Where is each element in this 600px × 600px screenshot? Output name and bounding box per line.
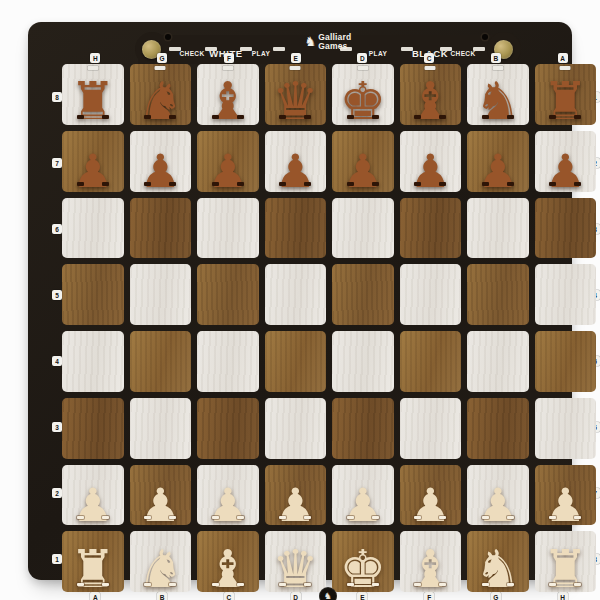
rook-glyph: ♜ <box>542 77 589 126</box>
piece-base-slots <box>549 115 556 119</box>
chess-wall-board: CHECK WHITE PLAY PLAY BLACK CHECK ♞ Gall… <box>0 0 600 600</box>
piece-black-bishop-c8[interactable]: ♝ <box>197 64 259 125</box>
piece-base-slots <box>144 115 151 119</box>
square-c3[interactable] <box>197 398 259 459</box>
piece-base-slots <box>347 583 354 587</box>
rank-label-left-3: 3 <box>52 422 62 432</box>
square-b2[interactable]: ♟ <box>130 465 192 526</box>
pawn-glyph: ♟ <box>477 484 518 528</box>
rank-label-left-8: 8 <box>52 92 62 102</box>
piece-black-knight-g8[interactable]: ♞ <box>467 64 529 125</box>
square-c8[interactable]: ♝ <box>197 64 259 125</box>
piece-white-pawn-g2[interactable]: ♟ <box>467 465 529 526</box>
pawn-glyph: ♟ <box>275 484 316 528</box>
piece-white-pawn-c2[interactable]: ♟ <box>197 465 259 526</box>
piece-white-pawn-f2[interactable]: ♟ <box>400 465 462 526</box>
square-g4[interactable] <box>467 331 529 392</box>
piece-base-slots <box>549 182 556 186</box>
rank-label-left-6: 6 <box>52 224 62 234</box>
queen-glyph: ♛ <box>272 77 319 126</box>
square-b6[interactable] <box>130 198 192 259</box>
piece-base-slots <box>482 115 489 119</box>
pawn-glyph: ♟ <box>342 484 383 528</box>
piece-base-slots <box>144 583 151 587</box>
piece-base-slots <box>414 182 421 186</box>
square-b4[interactable] <box>130 331 192 392</box>
square-h5[interactable] <box>535 264 597 325</box>
square-g3[interactable] <box>467 398 529 459</box>
file-labels-top: HGFEDCBA <box>62 53 596 63</box>
square-c4[interactable] <box>197 331 259 392</box>
rook-glyph: ♜ <box>542 545 589 594</box>
rank-label-left-5: 5 <box>52 290 62 300</box>
piece-black-bishop-f8[interactable]: ♝ <box>400 64 462 125</box>
square-b7[interactable]: ♟ <box>130 131 192 192</box>
square-b3[interactable] <box>130 398 192 459</box>
rook-glyph: ♜ <box>69 77 116 126</box>
file-label-top-c: C <box>424 53 434 63</box>
square-e3[interactable] <box>332 398 394 459</box>
piece-base-slots <box>279 516 286 520</box>
piece-white-pawn-a2[interactable]: ♟ <box>62 465 124 526</box>
rank-label-left-4: 4 <box>52 356 62 366</box>
brand-medallion: ♞ <box>319 587 337 600</box>
square-h4[interactable] <box>535 331 597 392</box>
piece-black-pawn-g7[interactable]: ♟ <box>467 131 529 192</box>
square-d6[interactable] <box>265 198 327 259</box>
piece-base-slots <box>482 583 489 587</box>
piece-white-pawn-h2[interactable]: ♟ <box>535 465 597 526</box>
piece-white-rook-a1[interactable]: ♜ <box>62 531 124 592</box>
rook-glyph: ♜ <box>69 545 116 594</box>
square-f7[interactable]: ♟ <box>400 131 462 192</box>
square-a6[interactable] <box>62 198 124 259</box>
square-c7[interactable]: ♟ <box>197 131 259 192</box>
square-g8[interactable]: ♞ <box>467 64 529 125</box>
pawn-glyph: ♟ <box>207 150 248 194</box>
square-h7[interactable]: ♟ <box>535 131 597 192</box>
board-frame: CHECK WHITE PLAY PLAY BLACK CHECK ♞ Gall… <box>28 22 572 580</box>
piece-black-king-e8[interactable]: ♚ <box>332 64 394 125</box>
square-e2[interactable]: ♟ <box>332 465 394 526</box>
square-b1[interactable]: ♞ <box>130 531 192 592</box>
square-f6[interactable] <box>400 198 462 259</box>
piece-base-slots <box>347 182 354 186</box>
piece-base-slots <box>212 583 219 587</box>
square-d5[interactable] <box>265 264 327 325</box>
piece-base-slots <box>77 115 84 119</box>
square-f5[interactable] <box>400 264 462 325</box>
square-g2[interactable]: ♟ <box>467 465 529 526</box>
file-label-top-d: D <box>357 53 367 63</box>
piece-base-slots <box>549 516 556 520</box>
rank-label-left-7: 7 <box>52 158 62 168</box>
pawn-glyph: ♟ <box>545 150 586 194</box>
knight-glyph: ♞ <box>137 77 184 126</box>
square-d4[interactable] <box>265 331 327 392</box>
piece-black-pawn-e7[interactable]: ♟ <box>332 131 394 192</box>
piece-black-pawn-c7[interactable]: ♟ <box>197 131 259 192</box>
file-label-top-a: A <box>558 53 568 63</box>
bishop-glyph: ♝ <box>407 545 454 594</box>
piece-base-slots <box>77 516 84 520</box>
piece-base-slots <box>482 516 489 520</box>
square-e5[interactable] <box>332 264 394 325</box>
square-c2[interactable]: ♟ <box>197 465 259 526</box>
square-e7[interactable]: ♟ <box>332 131 394 192</box>
brand-logo: ♞ Galliard Games <box>305 33 352 51</box>
pawn-glyph: ♟ <box>342 150 383 194</box>
pawn-glyph: ♟ <box>140 150 181 194</box>
bishop-glyph: ♝ <box>204 77 251 126</box>
square-g6[interactable] <box>467 198 529 259</box>
square-a4[interactable] <box>62 331 124 392</box>
pawn-glyph: ♟ <box>207 484 248 528</box>
square-f8[interactable]: ♝ <box>400 64 462 125</box>
square-d2[interactable]: ♟ <box>265 465 327 526</box>
bishop-glyph: ♝ <box>407 77 454 126</box>
hanging-hole-left <box>165 34 171 40</box>
square-a3[interactable] <box>62 398 124 459</box>
knight-glyph: ♞ <box>474 545 521 594</box>
piece-base-slots <box>482 182 489 186</box>
piece-base-slots <box>347 115 354 119</box>
piece-base-slots <box>144 516 151 520</box>
piece-base-slots <box>414 115 421 119</box>
piece-base-slots <box>279 182 286 186</box>
knight-glyph: ♞ <box>474 77 521 126</box>
rank-labels-left: 87654321 <box>52 64 62 592</box>
pawn-glyph: ♟ <box>410 150 451 194</box>
knight-glyph: ♞ <box>137 545 184 594</box>
square-h6[interactable] <box>535 198 597 259</box>
square-c5[interactable] <box>197 264 259 325</box>
square-e4[interactable] <box>332 331 394 392</box>
pawn-glyph: ♟ <box>275 150 316 194</box>
pawn-glyph: ♟ <box>72 150 113 194</box>
piece-base-slots <box>414 516 421 520</box>
file-label-top-h: H <box>90 53 100 63</box>
square-g5[interactable] <box>467 264 529 325</box>
king-glyph: ♚ <box>339 77 386 126</box>
piece-black-pawn-h7[interactable]: ♟ <box>535 131 597 192</box>
square-f1[interactable]: ♝ <box>400 531 462 592</box>
piece-base-slots <box>279 115 286 119</box>
piece-base-slots <box>414 583 421 587</box>
pawn-glyph: ♟ <box>140 484 181 528</box>
square-e6[interactable] <box>332 198 394 259</box>
knight-icon: ♞ <box>305 35 317 48</box>
piece-white-knight-b1[interactable]: ♞ <box>130 531 192 592</box>
piece-white-king-e1[interactable]: ♚ <box>332 531 394 592</box>
file-label-top-f: F <box>224 53 234 63</box>
piece-white-knight-g1[interactable]: ♞ <box>467 531 529 592</box>
file-label-top-g: G <box>157 53 167 63</box>
piece-base-slots <box>279 583 286 587</box>
brand-line2: Games <box>318 42 351 51</box>
king-glyph: ♚ <box>339 545 386 594</box>
pawn-glyph: ♟ <box>477 150 518 194</box>
bishop-glyph: ♝ <box>204 545 251 594</box>
piece-white-pawn-b2[interactable]: ♟ <box>130 465 192 526</box>
square-d1[interactable]: ♛ <box>265 531 327 592</box>
piece-base-slots <box>212 182 219 186</box>
piece-base-slots <box>347 516 354 520</box>
square-d8[interactable]: ♛ <box>265 64 327 125</box>
piece-base-slots <box>212 115 219 119</box>
piece-black-rook-a8[interactable]: ♜ <box>62 64 124 125</box>
square-d3[interactable] <box>265 398 327 459</box>
piece-base-slots <box>212 516 219 520</box>
pawn-glyph: ♟ <box>545 484 586 528</box>
pawn-glyph: ♟ <box>410 484 451 528</box>
piece-black-queen-d8[interactable]: ♛ <box>265 64 327 125</box>
square-f4[interactable] <box>400 331 462 392</box>
square-h2[interactable]: ♟ <box>535 465 597 526</box>
piece-black-pawn-f7[interactable]: ♟ <box>400 131 462 192</box>
rank-label-left-2: 2 <box>52 488 62 498</box>
square-a5[interactable] <box>62 264 124 325</box>
piece-base-slots <box>77 583 84 587</box>
piece-white-bishop-c1[interactable]: ♝ <box>197 531 259 592</box>
file-label-top-b: B <box>491 53 501 63</box>
square-e8[interactable]: ♚ <box>332 64 394 125</box>
rank-label-left-1: 1 <box>52 554 62 564</box>
square-d7[interactable]: ♟ <box>265 131 327 192</box>
queen-glyph: ♛ <box>272 545 319 594</box>
board-grid: ♜♞♝♛♚♝♞♜♟♟♟♟♟♟♟♟♟♟♟♟♟♟♟♟♜♞♝♛♚♝♞♜ <box>62 64 596 592</box>
piece-white-pawn-e2[interactable]: ♟ <box>332 465 394 526</box>
square-h8[interactable]: ♜ <box>535 64 597 125</box>
square-a7[interactable]: ♟ <box>62 131 124 192</box>
piece-black-knight-b8[interactable]: ♞ <box>130 64 192 125</box>
knight-icon: ♞ <box>324 592 332 600</box>
piece-black-pawn-a7[interactable]: ♟ <box>62 131 124 192</box>
piece-white-queen-d1[interactable]: ♛ <box>265 531 327 592</box>
square-h1[interactable]: ♜ <box>535 531 597 592</box>
piece-black-pawn-d7[interactable]: ♟ <box>265 131 327 192</box>
square-c1[interactable]: ♝ <box>197 531 259 592</box>
piece-white-bishop-f1[interactable]: ♝ <box>400 531 462 592</box>
square-g7[interactable]: ♟ <box>467 131 529 192</box>
square-a8[interactable]: ♜ <box>62 64 124 125</box>
square-f3[interactable] <box>400 398 462 459</box>
square-h3[interactable] <box>535 398 597 459</box>
piece-base-slots <box>144 182 151 186</box>
piece-black-rook-h8[interactable]: ♜ <box>535 64 597 125</box>
piece-black-pawn-b7[interactable]: ♟ <box>130 131 192 192</box>
piece-white-pawn-d2[interactable]: ♟ <box>265 465 327 526</box>
square-a1[interactable]: ♜ <box>62 531 124 592</box>
pawn-glyph: ♟ <box>72 484 113 528</box>
piece-white-rook-h1[interactable]: ♜ <box>535 531 597 592</box>
square-g1[interactable]: ♞ <box>467 531 529 592</box>
hanging-hole-right <box>482 34 488 40</box>
file-label-top-e: E <box>291 53 301 63</box>
square-b5[interactable] <box>130 264 192 325</box>
square-e1[interactable]: ♚ <box>332 531 394 592</box>
square-f2[interactable]: ♟ <box>400 465 462 526</box>
square-a2[interactable]: ♟ <box>62 465 124 526</box>
square-b8[interactable]: ♞ <box>130 64 192 125</box>
indicator-slot <box>273 47 285 51</box>
square-c6[interactable] <box>197 198 259 259</box>
piece-base-slots <box>77 182 84 186</box>
piece-base-slots <box>549 583 556 587</box>
